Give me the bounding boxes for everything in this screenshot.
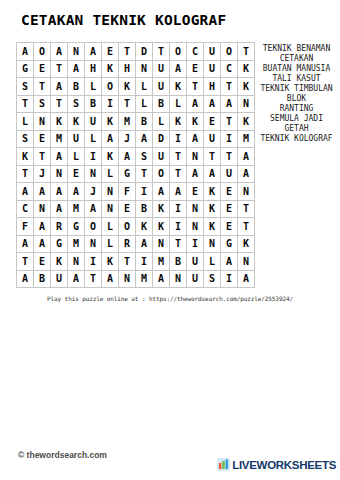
- grid-cell-r6-c10[interactable]: I: [170, 131, 186, 148]
- play-online-text: Play this puzzle online at : https://the…: [0, 295, 340, 302]
- grid-cell-r5-c11[interactable]: K: [187, 113, 203, 130]
- grid-cell-r8-c11[interactable]: A: [187, 166, 203, 183]
- grid-cell-r7-c6[interactable]: K: [102, 148, 118, 165]
- grid-cell-r3-c11[interactable]: T: [187, 78, 203, 95]
- grid-cell-r14-c9[interactable]: A: [153, 271, 169, 288]
- grid-cell-r12-c14[interactable]: K: [238, 236, 254, 253]
- grid-cell-r11-c2[interactable]: A: [34, 218, 50, 235]
- grid-cell-r11-c5[interactable]: O: [85, 218, 101, 235]
- grid-cell-r11-c11[interactable]: N: [187, 218, 203, 235]
- grid-cell-r13-c1[interactable]: T: [17, 253, 33, 270]
- grid-cell-r3-c5[interactable]: L: [85, 78, 101, 95]
- grid-cell-r6-c11[interactable]: A: [187, 131, 203, 148]
- grid-cell-r4-c12[interactable]: A: [204, 96, 220, 113]
- word-list-item: TEKNIK BENAMAN: [253, 44, 340, 54]
- grid-cell-r14-c8[interactable]: M: [136, 271, 152, 288]
- grid-cell-r14-c10[interactable]: N: [170, 271, 186, 288]
- grid-cell-r6-c8[interactable]: A: [136, 131, 152, 148]
- grid-cell-r4-c14[interactable]: N: [238, 96, 254, 113]
- grid-cell-r9-c1[interactable]: A: [17, 183, 33, 200]
- grid-cell-r2-c6[interactable]: K: [102, 61, 118, 78]
- copyright-text: © thewordsearch.com: [18, 450, 107, 460]
- grid-cell-r11-c4[interactable]: G: [68, 218, 84, 235]
- grid-cell-r5-c6[interactable]: K: [102, 113, 118, 130]
- grid-cell-r8-c10[interactable]: T: [170, 166, 186, 183]
- grid-cell-r12-c13[interactable]: G: [221, 236, 237, 253]
- grid-cell-r12-c1[interactable]: A: [17, 236, 33, 253]
- grid-cell-r14-c6[interactable]: A: [102, 271, 118, 288]
- grid-cell-r12-c9[interactable]: N: [153, 236, 169, 253]
- grid-cell-r5-c3[interactable]: K: [51, 113, 67, 130]
- grid-cell-r1-c8[interactable]: D: [136, 43, 152, 60]
- word-list-item: CETAKAN: [253, 54, 340, 64]
- grid-cell-r3-c8[interactable]: L: [136, 78, 152, 95]
- puzzle-title: CETAKAN TEKNIK KOLOGRAF: [21, 12, 226, 28]
- grid-cell-r4-c2[interactable]: S: [34, 96, 50, 113]
- grid-cell-r12-c3[interactable]: G: [51, 236, 67, 253]
- grid-cell-r14-c7[interactable]: N: [119, 271, 135, 288]
- grid-cell-r7-c10[interactable]: T: [170, 148, 186, 165]
- grid-cell-r2-c7[interactable]: H: [119, 61, 135, 78]
- grid-cell-r7-c4[interactable]: L: [68, 148, 84, 165]
- grid-cell-r8-c13[interactable]: U: [221, 166, 237, 183]
- word-list-item: BLOK: [253, 94, 340, 104]
- grid-cell-r10-c9[interactable]: K: [153, 201, 169, 218]
- grid-cell-r13-c7[interactable]: T: [119, 253, 135, 270]
- grid-cell-r8-c5[interactable]: N: [85, 166, 101, 183]
- grid-cell-r1-c13[interactable]: O: [221, 43, 237, 60]
- grid-cell-r13-c6[interactable]: K: [102, 253, 118, 270]
- grid-cell-r9-c4[interactable]: A: [68, 183, 84, 200]
- grid-cell-r12-c7[interactable]: R: [119, 236, 135, 253]
- grid-cell-r10-c8[interactable]: B: [136, 201, 152, 218]
- grid-cell-r11-c6[interactable]: L: [102, 218, 118, 235]
- grid-cell-r2-c14[interactable]: K: [238, 61, 254, 78]
- liveworksheets-icon: [217, 458, 230, 471]
- grid-cell-r9-c10[interactable]: A: [170, 183, 186, 200]
- grid-cell-r14-c11[interactable]: U: [187, 271, 203, 288]
- grid-cell-r14-c1[interactable]: A: [17, 271, 33, 288]
- grid-cell-r7-c9[interactable]: U: [153, 148, 169, 165]
- grid-cell-r14-c4[interactable]: A: [68, 271, 84, 288]
- grid-cell-r1-c6[interactable]: E: [102, 43, 118, 60]
- grid-cell-r3-c13[interactable]: T: [221, 78, 237, 95]
- liveworksheets-logo[interactable]: LIVEWORKSHEETS: [217, 458, 336, 471]
- grid-cell-r1-c7[interactable]: T: [119, 43, 135, 60]
- word-list-item: TEKNIK KOLOGRAF: [253, 134, 340, 144]
- grid-cell-r1-c2[interactable]: O: [34, 43, 50, 60]
- grid-cell-r13-c11[interactable]: U: [187, 253, 203, 270]
- grid-cell-r2-c8[interactable]: N: [136, 61, 152, 78]
- word-list: TEKNIK BENAMANCETAKANBUATAN MANUSIATALI …: [253, 44, 340, 144]
- grid-cell-r10-c6[interactable]: N: [102, 201, 118, 218]
- grid-cell-r13-c12[interactable]: L: [204, 253, 220, 270]
- grid-cell-r4-c1[interactable]: T: [17, 96, 33, 113]
- grid-cell-r8-c4[interactable]: E: [68, 166, 84, 183]
- grid-cell-r14-c2[interactable]: B: [34, 271, 50, 288]
- grid-cell-r13-c14[interactable]: N: [238, 253, 254, 270]
- grid-cell-r2-c5[interactable]: H: [85, 61, 101, 78]
- grid-cell-r6-c12[interactable]: U: [204, 131, 220, 148]
- grid-cell-r10-c4[interactable]: M: [68, 201, 84, 218]
- grid-cell-r6-c4[interactable]: U: [68, 131, 84, 148]
- grid-cell-r12-c5[interactable]: N: [85, 236, 101, 253]
- grid-cell-r3-c14[interactable]: K: [238, 78, 254, 95]
- grid-cell-r2-c3[interactable]: T: [51, 61, 67, 78]
- grid-cell-r6-c5[interactable]: L: [85, 131, 101, 148]
- grid-cell-r7-c12[interactable]: T: [204, 148, 220, 165]
- grid-cell-r10-c11[interactable]: N: [187, 201, 203, 218]
- grid-cell-r2-c1[interactable]: G: [17, 61, 33, 78]
- grid-cell-r3-c9[interactable]: U: [153, 78, 169, 95]
- grid-cell-r13-c3[interactable]: K: [51, 253, 67, 270]
- grid-cell-r4-c4[interactable]: S: [68, 96, 84, 113]
- grid-cell-r11-c13[interactable]: E: [221, 218, 237, 235]
- grid-cell-r5-c4[interactable]: K: [68, 113, 84, 130]
- grid-cell-r8-c12[interactable]: A: [204, 166, 220, 183]
- grid-cell-r1-c11[interactable]: C: [187, 43, 203, 60]
- grid-cell-r13-c8[interactable]: I: [136, 253, 152, 270]
- grid-cell-r6-c3[interactable]: M: [51, 131, 67, 148]
- grid-cell-r10-c10[interactable]: I: [170, 201, 186, 218]
- grid-cell-r6-c7[interactable]: J: [119, 131, 135, 148]
- grid-cell-r10-c7[interactable]: E: [119, 201, 135, 218]
- grid-cell-r5-c5[interactable]: U: [85, 113, 101, 130]
- grid-cell-r11-c10[interactable]: I: [170, 218, 186, 235]
- grid-cell-r14-c5[interactable]: T: [85, 271, 101, 288]
- grid-cell-r12-c12[interactable]: N: [204, 236, 220, 253]
- grid-cell-r13-c9[interactable]: M: [153, 253, 169, 270]
- grid-cell-r9-c11[interactable]: E: [187, 183, 203, 200]
- grid-cell-r9-c9[interactable]: A: [153, 183, 169, 200]
- grid-cell-r5-c14[interactable]: K: [238, 113, 254, 130]
- grid-cell-r9-c13[interactable]: E: [221, 183, 237, 200]
- grid-cell-r2-c2[interactable]: E: [34, 61, 50, 78]
- grid-cell-r11-c3[interactable]: R: [51, 218, 67, 235]
- grid-cell-r10-c2[interactable]: N: [34, 201, 50, 218]
- grid-cell-r6-c6[interactable]: A: [102, 131, 118, 148]
- grid-cell-r1-c3[interactable]: A: [51, 43, 67, 60]
- word-list-item: RANTING: [253, 104, 340, 114]
- grid-cell-r13-c10[interactable]: B: [170, 253, 186, 270]
- grid-cell-r7-c5[interactable]: I: [85, 148, 101, 165]
- grid-cell-r14-c12[interactable]: S: [204, 271, 220, 288]
- grid-cell-r10-c13[interactable]: E: [221, 201, 237, 218]
- grid-cell-r5-c1[interactable]: L: [17, 113, 33, 130]
- grid-cell-r11-c1[interactable]: F: [17, 218, 33, 235]
- grid-cell-r1-c9[interactable]: T: [153, 43, 169, 60]
- grid-cell-r6-c9[interactable]: D: [153, 131, 169, 148]
- grid-cell-r9-c2[interactable]: A: [34, 183, 50, 200]
- grid-cell-r9-c8[interactable]: I: [136, 183, 152, 200]
- grid-cell-r6-c1[interactable]: S: [17, 131, 33, 148]
- grid-cell-r10-c12[interactable]: K: [204, 201, 220, 218]
- grid-cell-r5-c2[interactable]: N: [34, 113, 50, 130]
- worksheet-page: { "game": "word-search", "title": "CETAK…: [0, 0, 340, 480]
- grid-cell-r8-c7[interactable]: G: [119, 166, 135, 183]
- word-list-item: SEMULA JADI: [253, 114, 340, 124]
- grid-cell-r7-c7[interactable]: A: [119, 148, 135, 165]
- grid-cell-r13-c5[interactable]: I: [85, 253, 101, 270]
- grid-cell-r14-c13[interactable]: I: [221, 271, 237, 288]
- grid-cell-r5-c12[interactable]: E: [204, 113, 220, 130]
- grid-cell-r12-c10[interactable]: T: [170, 236, 186, 253]
- grid-cell-r7-c14[interactable]: A: [238, 148, 254, 165]
- grid-cell-r4-c8[interactable]: L: [136, 96, 152, 113]
- grid-cell-r2-c13[interactable]: C: [221, 61, 237, 78]
- grid-cell-r9-c7[interactable]: F: [119, 183, 135, 200]
- grid-cell-r14-c3[interactable]: U: [51, 271, 67, 288]
- grid-cell-r2-c9[interactable]: U: [153, 61, 169, 78]
- grid-cell-r9-c12[interactable]: K: [204, 183, 220, 200]
- grid-cell-r1-c5[interactable]: A: [85, 43, 101, 60]
- grid-cell-r11-c8[interactable]: K: [136, 218, 152, 235]
- grid-cell-r6-c13[interactable]: I: [221, 131, 237, 148]
- grid-cell-r8-c6[interactable]: L: [102, 166, 118, 183]
- grid-cell-r9-c6[interactable]: N: [102, 183, 118, 200]
- grid-cell-r11-c12[interactable]: K: [204, 218, 220, 235]
- grid-cell-r8-c8[interactable]: T: [136, 166, 152, 183]
- grid-cell-r4-c13[interactable]: A: [221, 96, 237, 113]
- grid-cell-r5-c10[interactable]: K: [170, 113, 186, 130]
- grid-cell-r8-c14[interactable]: A: [238, 166, 254, 183]
- grid-cell-r13-c13[interactable]: A: [221, 253, 237, 270]
- grid-cell-r5-c7[interactable]: M: [119, 113, 135, 130]
- word-list-item: TALI KASUT: [253, 74, 340, 84]
- grid-cell-r12-c8[interactable]: A: [136, 236, 152, 253]
- grid-cell-r2-c10[interactable]: A: [170, 61, 186, 78]
- grid-cell-r3-c7[interactable]: K: [119, 78, 135, 95]
- grid-cell-r10-c5[interactable]: A: [85, 201, 101, 218]
- grid-cell-r5-c8[interactable]: B: [136, 113, 152, 130]
- grid-cell-r3-c1[interactable]: S: [17, 78, 33, 95]
- grid-cell-r4-c11[interactable]: A: [187, 96, 203, 113]
- grid-cell-r10-c14[interactable]: T: [238, 201, 254, 218]
- grid-cell-r11-c7[interactable]: O: [119, 218, 135, 235]
- grid-cell-r1-c1[interactable]: A: [17, 43, 33, 60]
- grid-cell-r4-c10[interactable]: L: [170, 96, 186, 113]
- grid-cell-r2-c4[interactable]: A: [68, 61, 84, 78]
- grid-cell-r1-c14[interactable]: T: [238, 43, 254, 60]
- liveworksheets-logo-text: LIVEWORKSHEETS: [232, 459, 336, 471]
- grid-cell-r7-c1[interactable]: K: [17, 148, 33, 165]
- grid-cell-r3-c3[interactable]: A: [51, 78, 67, 95]
- grid-cell-r10-c3[interactable]: A: [51, 201, 67, 218]
- grid-cell-r3-c10[interactable]: K: [170, 78, 186, 95]
- grid-cell-r4-c7[interactable]: T: [119, 96, 135, 113]
- grid-cell-r5-c9[interactable]: L: [153, 113, 169, 130]
- grid-cell-r11-c9[interactable]: K: [153, 218, 169, 235]
- word-list-item: TEKNIK TIMBULAN: [253, 84, 340, 94]
- grid-cell-r12-c11[interactable]: I: [187, 236, 203, 253]
- grid-cell-r8-c1[interactable]: T: [17, 166, 33, 183]
- grid-cell-r6-c14[interactable]: M: [238, 131, 254, 148]
- grid-cell-r3-c12[interactable]: H: [204, 78, 220, 95]
- wordsearch-grid[interactable]: AOANAETDTOCUOTGETAHKHNUAEUCKSTABLOKLUKTH…: [16, 42, 255, 288]
- grid-cell-r7-c8[interactable]: S: [136, 148, 152, 165]
- grid-cell-r11-c14[interactable]: T: [238, 218, 254, 235]
- grid-cell-r13-c2[interactable]: E: [34, 253, 50, 270]
- grid-cell-r2-c12[interactable]: U: [204, 61, 220, 78]
- word-list-item: BUATAN MANUSIA: [253, 64, 340, 74]
- grid-cell-r8-c9[interactable]: O: [153, 166, 169, 183]
- grid-cell-r4-c5[interactable]: B: [85, 96, 101, 113]
- grid-cell-r8-c3[interactable]: N: [51, 166, 67, 183]
- grid-cell-r1-c4[interactable]: N: [68, 43, 84, 60]
- grid-cell-r7-c13[interactable]: T: [221, 148, 237, 165]
- grid-cell-r1-c12[interactable]: U: [204, 43, 220, 60]
- grid-cell-r10-c1[interactable]: C: [17, 201, 33, 218]
- word-list-item: GETAH: [253, 124, 340, 134]
- grid-cell-r6-c2[interactable]: E: [34, 131, 50, 148]
- grid-cell-r14-c14[interactable]: A: [238, 271, 254, 288]
- grid-cell-r4-c9[interactable]: B: [153, 96, 169, 113]
- grid-cell-r3-c6[interactable]: O: [102, 78, 118, 95]
- grid-cell-r7-c11[interactable]: N: [187, 148, 203, 165]
- grid-cell-r4-c3[interactable]: T: [51, 96, 67, 113]
- grid-cell-r12-c6[interactable]: L: [102, 236, 118, 253]
- grid-cell-r7-c3[interactable]: A: [51, 148, 67, 165]
- grid-cell-r13-c4[interactable]: N: [68, 253, 84, 270]
- grid-cell-r3-c4[interactable]: B: [68, 78, 84, 95]
- grid-cell-r9-c5[interactable]: J: [85, 183, 101, 200]
- grid-cell-r1-c10[interactable]: O: [170, 43, 186, 60]
- grid-cell-r9-c3[interactable]: A: [51, 183, 67, 200]
- grid-cell-r12-c2[interactable]: A: [34, 236, 50, 253]
- grid-cell-r4-c6[interactable]: I: [102, 96, 118, 113]
- grid-cell-r7-c2[interactable]: T: [34, 148, 50, 165]
- grid-cell-r8-c2[interactable]: J: [34, 166, 50, 183]
- grid-cell-r3-c2[interactable]: T: [34, 78, 50, 95]
- grid-cell-r5-c13[interactable]: T: [221, 113, 237, 130]
- grid-cell-r9-c14[interactable]: N: [238, 183, 254, 200]
- grid-cell-r2-c11[interactable]: E: [187, 61, 203, 78]
- grid-cell-r12-c4[interactable]: M: [68, 236, 84, 253]
